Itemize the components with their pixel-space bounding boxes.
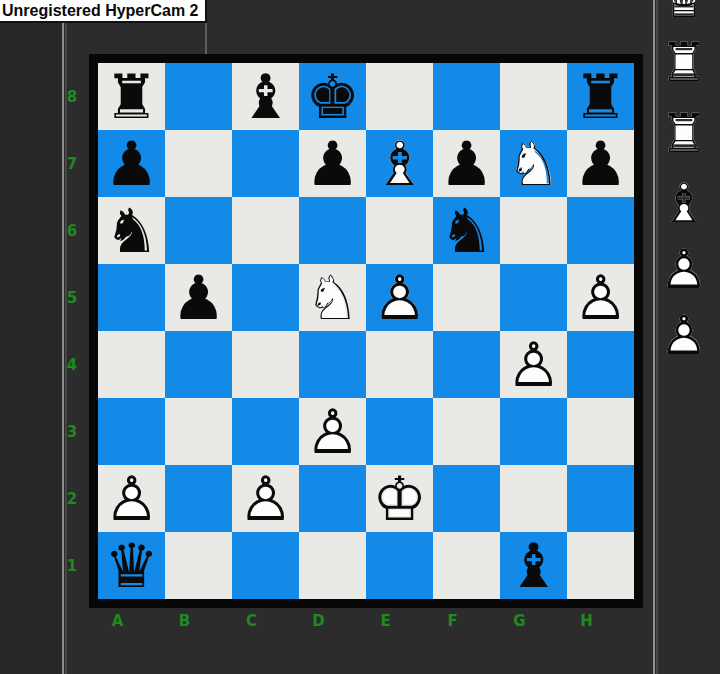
square-g2[interactable]	[500, 465, 567, 532]
rank-label-1: 1	[60, 532, 84, 599]
piece-black-rook[interactable]: ♜	[567, 63, 634, 130]
piece-black-pawn[interactable]: ♟	[98, 130, 165, 197]
piece-white-pawn[interactable]: ♟♙	[366, 264, 433, 331]
piece-glyph: ♟	[165, 264, 232, 331]
piece-glyph: ♜	[98, 63, 165, 130]
square-c7[interactable]	[232, 130, 299, 197]
rank-label-6: 6	[60, 197, 84, 264]
piece-white-pawn[interactable]: ♟♙	[232, 465, 299, 532]
piece-white-pawn[interactable]: ♟♙	[299, 398, 366, 465]
piece-outline: ♔	[366, 465, 433, 532]
rank-label-4: 4	[60, 331, 84, 398]
square-c3[interactable]	[232, 398, 299, 465]
piece-glyph: ♛	[98, 532, 165, 599]
square-a7[interactable]: ♟	[98, 130, 165, 197]
square-a1[interactable]: ♛	[98, 532, 165, 599]
piece-outline: ♙	[366, 264, 433, 331]
file-labels: ABCDEFGH	[84, 610, 620, 632]
piece-glyph: ♟	[299, 130, 366, 197]
square-b8[interactable]	[165, 63, 232, 130]
piece-outline: ♖	[656, 105, 712, 163]
piece-white-pawn[interactable]: ♟♙	[98, 465, 165, 532]
piece-black-knight[interactable]: ♞	[433, 197, 500, 264]
square-h2[interactable]	[567, 465, 634, 532]
square-b5[interactable]: ♟	[165, 264, 232, 331]
piece-outline: ♗	[366, 130, 433, 197]
square-e3[interactable]	[366, 398, 433, 465]
square-c4[interactable]	[232, 331, 299, 398]
piece-outline: ♕	[656, 0, 712, 28]
tray-piece-white-rook: ♜♖	[656, 34, 712, 92]
piece-glyph: ♞	[433, 197, 500, 264]
piece-glyph: ♚	[299, 63, 366, 130]
square-c8[interactable]: ♝	[232, 63, 299, 130]
piece-black-queen[interactable]: ♛	[98, 532, 165, 599]
piece-white-knight[interactable]: ♞♘	[500, 130, 567, 197]
tray-piece-white-rook: ♜♖	[656, 105, 712, 163]
square-c1[interactable]	[232, 532, 299, 599]
square-g3[interactable]	[500, 398, 567, 465]
square-b6[interactable]	[165, 197, 232, 264]
captured-pieces-tray: ♛♕♜♖♜♖♝♗♟♙♟♙	[648, 0, 720, 674]
file-label-e: E	[352, 610, 419, 632]
square-a2[interactable]: ♟♙	[98, 465, 165, 532]
square-a3[interactable]	[98, 398, 165, 465]
square-a4[interactable]	[98, 331, 165, 398]
piece-white-bishop[interactable]: ♝♗	[366, 130, 433, 197]
square-h1[interactable]	[567, 532, 634, 599]
piece-glyph: ♟	[567, 130, 634, 197]
square-h5[interactable]: ♟♙	[567, 264, 634, 331]
square-d4[interactable]	[299, 331, 366, 398]
file-label-g: G	[486, 610, 553, 632]
piece-black-king[interactable]: ♚	[299, 63, 366, 130]
piece-black-rook[interactable]: ♜	[98, 63, 165, 130]
piece-white-knight[interactable]: ♞♘	[299, 264, 366, 331]
piece-outline: ♙	[656, 307, 712, 365]
square-h4[interactable]	[567, 331, 634, 398]
piece-glyph: ♟	[98, 130, 165, 197]
square-g6[interactable]	[500, 197, 567, 264]
square-a8[interactable]: ♜	[98, 63, 165, 130]
square-e5[interactable]: ♟♙	[366, 264, 433, 331]
square-f2[interactable]	[433, 465, 500, 532]
piece-white-pawn[interactable]: ♟♙	[500, 331, 567, 398]
piece-black-bishop[interactable]: ♝	[232, 63, 299, 130]
chess-board: ♜♝♚♜♟♟♝♗♟♞♘♟♞♞♟♞♘♟♙♟♙♟♙♟♙♟♙♟♙♚♔♛♝	[89, 54, 643, 608]
piece-outline: ♙	[299, 398, 366, 465]
file-label-c: C	[218, 610, 285, 632]
square-b3[interactable]	[165, 398, 232, 465]
piece-black-bishop[interactable]: ♝	[500, 532, 567, 599]
piece-glyph: ♞	[98, 197, 165, 264]
square-f3[interactable]	[433, 398, 500, 465]
square-a5[interactable]	[98, 264, 165, 331]
square-d3[interactable]: ♟♙	[299, 398, 366, 465]
square-f4[interactable]	[433, 331, 500, 398]
square-e7[interactable]: ♝♗	[366, 130, 433, 197]
piece-outline: ♖	[656, 34, 712, 92]
square-d8[interactable]: ♚	[299, 63, 366, 130]
square-b4[interactable]	[165, 331, 232, 398]
square-g8[interactable]	[500, 63, 567, 130]
square-e4[interactable]	[366, 331, 433, 398]
square-a6[interactable]: ♞	[98, 197, 165, 264]
rank-label-3: 3	[60, 398, 84, 465]
piece-black-pawn[interactable]: ♟	[433, 130, 500, 197]
piece-glyph: ♝	[500, 532, 567, 599]
square-d7[interactable]: ♟	[299, 130, 366, 197]
square-g5[interactable]	[500, 264, 567, 331]
piece-black-pawn[interactable]: ♟	[299, 130, 366, 197]
tray-piece-white-bishop: ♝♗	[656, 175, 712, 233]
rank-label-8: 8	[60, 63, 84, 130]
piece-white-king[interactable]: ♚♔	[366, 465, 433, 532]
rank-labels: 87654321	[60, 63, 84, 599]
left-panel-background	[0, 0, 62, 674]
square-b1[interactable]	[165, 532, 232, 599]
square-h6[interactable]	[567, 197, 634, 264]
square-g7[interactable]: ♞♘	[500, 130, 567, 197]
piece-outline: ♙	[98, 465, 165, 532]
square-f1[interactable]	[433, 532, 500, 599]
square-c2[interactable]: ♟♙	[232, 465, 299, 532]
piece-outline: ♙	[656, 241, 712, 299]
square-h3[interactable]	[567, 398, 634, 465]
piece-outline: ♘	[500, 130, 567, 197]
piece-white-pawn[interactable]: ♟♙	[567, 264, 634, 331]
piece-black-knight[interactable]: ♞	[98, 197, 165, 264]
piece-glyph: ♜	[567, 63, 634, 130]
square-g4[interactable]: ♟♙	[500, 331, 567, 398]
piece-black-pawn[interactable]: ♟	[567, 130, 634, 197]
piece-outline: ♙	[500, 331, 567, 398]
square-d5[interactable]: ♞♘	[299, 264, 366, 331]
tray-piece-white-pawn: ♟♙	[656, 307, 712, 365]
square-f6[interactable]: ♞	[433, 197, 500, 264]
square-h7[interactable]: ♟	[567, 130, 634, 197]
piece-outline: ♙	[232, 465, 299, 532]
square-f5[interactable]	[433, 264, 500, 331]
piece-glyph: ♝	[232, 63, 299, 130]
tray-piece-white-queen: ♛♕	[656, 0, 712, 28]
piece-outline: ♘	[299, 264, 366, 331]
square-b7[interactable]	[165, 130, 232, 197]
file-label-b: B	[151, 610, 218, 632]
file-label-f: F	[419, 610, 486, 632]
piece-outline: ♗	[656, 175, 712, 233]
tray-piece-white-pawn: ♟♙	[656, 241, 712, 299]
square-e8[interactable]	[366, 63, 433, 130]
rank-label-2: 2	[60, 465, 84, 532]
square-f7[interactable]: ♟	[433, 130, 500, 197]
square-e2[interactable]: ♚♔	[366, 465, 433, 532]
piece-outline: ♙	[567, 264, 634, 331]
square-d6[interactable]	[299, 197, 366, 264]
watermark-text: Unregistered HyperCam 2	[2, 2, 199, 19]
rank-label-5: 5	[60, 264, 84, 331]
square-f8[interactable]	[433, 63, 500, 130]
square-c6[interactable]	[232, 197, 299, 264]
file-label-a: A	[84, 610, 151, 632]
square-g1[interactable]: ♝	[500, 532, 567, 599]
piece-black-pawn[interactable]: ♟	[165, 264, 232, 331]
square-c5[interactable]	[232, 264, 299, 331]
piece-glyph: ♟	[433, 130, 500, 197]
square-b2[interactable]	[165, 465, 232, 532]
rank-label-7: 7	[60, 130, 84, 197]
file-label-d: D	[285, 610, 352, 632]
window-edge-line	[205, 22, 207, 56]
square-e1[interactable]	[366, 532, 433, 599]
square-e6[interactable]	[366, 197, 433, 264]
hypercam-watermark: Unregistered HyperCam 2	[0, 0, 207, 23]
square-h8[interactable]: ♜	[567, 63, 634, 130]
square-d2[interactable]	[299, 465, 366, 532]
square-d1[interactable]	[299, 532, 366, 599]
file-label-h: H	[553, 610, 620, 632]
